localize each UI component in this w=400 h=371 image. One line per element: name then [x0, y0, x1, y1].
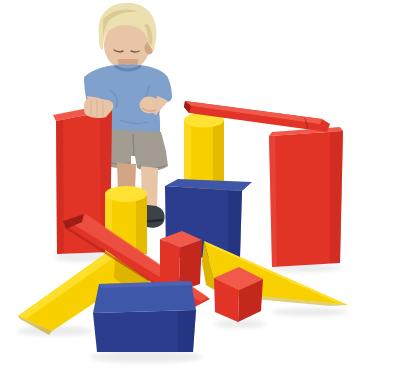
block-blue-flat-box: [93, 281, 196, 352]
block-red-panel: [269, 127, 343, 267]
product-photo: [0, 0, 400, 371]
foam-blocks-scene: [0, 0, 400, 371]
